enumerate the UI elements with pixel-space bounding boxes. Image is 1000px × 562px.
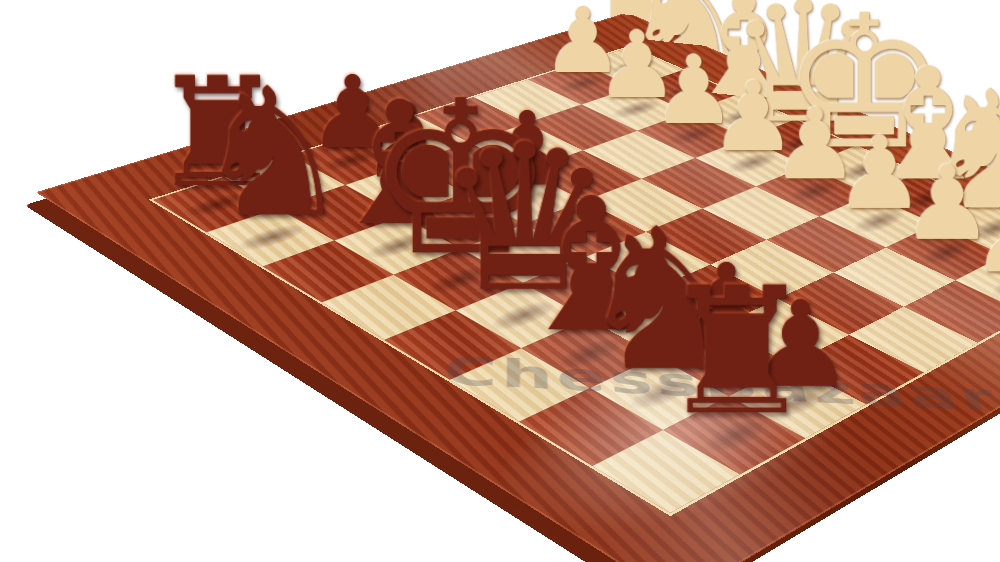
black-knight[interactable]: ♞ — [168, 69, 376, 237]
white-pawn[interactable]: ♟ — [917, 185, 1000, 285]
square-r2c1[interactable]: ♞ — [207, 208, 335, 266]
playing-field: ♜♟♟♜♞♟♟♞♝♟♟♝♚♟♛♛♟♚♝♟♝♞♟♟♞♜♟♟♜ — [149, 45, 1000, 516]
chess-set-photo: ♜♟♟♜♞♟♟♞♝♟♟♝♚♟♛♛♟♚♝♟♝♞♟♟♞♜♟♟♜ ChessBazaa… — [0, 0, 1000, 562]
chess-board-wrapper: ♜♟♟♜♞♟♟♞♝♟♟♝♚♟♛♛♟♚♝♟♝♞♟♟♞♜♟♟♜ ChessBazaa… — [180, 0, 1000, 562]
black-rook[interactable]: ♜ — [619, 270, 855, 436]
